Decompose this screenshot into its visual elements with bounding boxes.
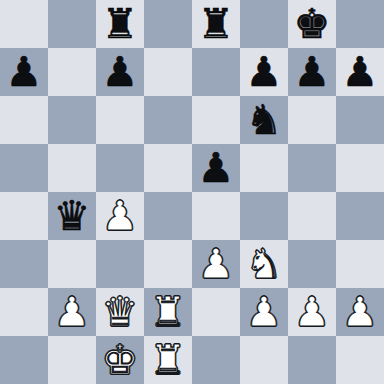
square-f4[interactable] xyxy=(240,192,288,240)
piece-white-pawn[interactable]: ♟ xyxy=(198,240,235,288)
piece-black-king[interactable]: ♚ xyxy=(294,0,331,48)
square-e7[interactable] xyxy=(192,48,240,96)
piece-black-knight[interactable]: ♞ xyxy=(246,96,283,144)
piece-black-pawn[interactable]: ♟ xyxy=(342,48,379,96)
square-f7[interactable]: ♟ xyxy=(240,48,288,96)
square-c6[interactable] xyxy=(96,96,144,144)
square-b5[interactable] xyxy=(48,144,96,192)
square-d7[interactable] xyxy=(144,48,192,96)
square-d3[interactable] xyxy=(144,240,192,288)
piece-white-queen[interactable]: ♛ xyxy=(102,288,139,336)
piece-white-pawn[interactable]: ♟ xyxy=(54,288,91,336)
square-f2[interactable]: ♟ xyxy=(240,288,288,336)
square-h1[interactable] xyxy=(336,336,384,384)
square-a5[interactable] xyxy=(0,144,48,192)
piece-black-pawn[interactable]: ♟ xyxy=(6,48,43,96)
square-a7[interactable]: ♟ xyxy=(0,48,48,96)
square-c2[interactable]: ♛ xyxy=(96,288,144,336)
square-a1[interactable] xyxy=(0,336,48,384)
square-e5[interactable]: ♟ xyxy=(192,144,240,192)
square-d8[interactable] xyxy=(144,0,192,48)
square-g1[interactable] xyxy=(288,336,336,384)
square-b1[interactable] xyxy=(48,336,96,384)
square-a6[interactable] xyxy=(0,96,48,144)
square-f1[interactable] xyxy=(240,336,288,384)
piece-white-pawn[interactable]: ♟ xyxy=(342,288,379,336)
piece-black-queen[interactable]: ♛ xyxy=(54,192,91,240)
square-f6[interactable]: ♞ xyxy=(240,96,288,144)
piece-black-pawn[interactable]: ♟ xyxy=(294,48,331,96)
piece-white-pawn[interactable]: ♟ xyxy=(102,192,139,240)
square-g8[interactable]: ♚ xyxy=(288,0,336,48)
piece-white-rook[interactable]: ♜ xyxy=(150,288,187,336)
square-g5[interactable] xyxy=(288,144,336,192)
square-a4[interactable] xyxy=(0,192,48,240)
square-f3[interactable]: ♞ xyxy=(240,240,288,288)
piece-white-king[interactable]: ♚ xyxy=(102,336,139,384)
piece-black-pawn[interactable]: ♟ xyxy=(198,144,235,192)
square-h8[interactable] xyxy=(336,0,384,48)
piece-white-pawn[interactable]: ♟ xyxy=(246,288,283,336)
square-h6[interactable] xyxy=(336,96,384,144)
piece-black-pawn[interactable]: ♟ xyxy=(102,48,139,96)
square-g6[interactable] xyxy=(288,96,336,144)
square-h7[interactable]: ♟ xyxy=(336,48,384,96)
square-g4[interactable] xyxy=(288,192,336,240)
piece-black-rook[interactable]: ♜ xyxy=(198,0,235,48)
square-c3[interactable] xyxy=(96,240,144,288)
piece-black-rook[interactable]: ♜ xyxy=(102,0,139,48)
square-e4[interactable] xyxy=(192,192,240,240)
square-c4[interactable]: ♟ xyxy=(96,192,144,240)
square-c7[interactable]: ♟ xyxy=(96,48,144,96)
square-b8[interactable] xyxy=(48,0,96,48)
square-c5[interactable] xyxy=(96,144,144,192)
square-g2[interactable]: ♟ xyxy=(288,288,336,336)
square-b6[interactable] xyxy=(48,96,96,144)
square-h5[interactable] xyxy=(336,144,384,192)
square-c1[interactable]: ♚ xyxy=(96,336,144,384)
square-b4[interactable]: ♛ xyxy=(48,192,96,240)
square-h2[interactable]: ♟ xyxy=(336,288,384,336)
square-e3[interactable]: ♟ xyxy=(192,240,240,288)
square-g3[interactable] xyxy=(288,240,336,288)
square-d5[interactable] xyxy=(144,144,192,192)
square-d2[interactable]: ♜ xyxy=(144,288,192,336)
square-h3[interactable] xyxy=(336,240,384,288)
piece-black-pawn[interactable]: ♟ xyxy=(246,48,283,96)
square-b3[interactable] xyxy=(48,240,96,288)
square-e1[interactable] xyxy=(192,336,240,384)
square-f8[interactable] xyxy=(240,0,288,48)
square-d4[interactable] xyxy=(144,192,192,240)
square-e6[interactable] xyxy=(192,96,240,144)
piece-white-rook[interactable]: ♜ xyxy=(150,336,187,384)
square-d1[interactable]: ♜ xyxy=(144,336,192,384)
square-b7[interactable] xyxy=(48,48,96,96)
square-b2[interactable]: ♟ xyxy=(48,288,96,336)
square-a2[interactable] xyxy=(0,288,48,336)
square-a8[interactable] xyxy=(0,0,48,48)
chess-board: ♜♜♚♟♟♟♟♟♞♟♛♟♟♞♟♛♜♟♟♟♚♜ xyxy=(0,0,384,384)
square-e8[interactable]: ♜ xyxy=(192,0,240,48)
square-d6[interactable] xyxy=(144,96,192,144)
square-e2[interactable] xyxy=(192,288,240,336)
square-a3[interactable] xyxy=(0,240,48,288)
piece-white-knight[interactable]: ♞ xyxy=(246,240,283,288)
piece-white-pawn[interactable]: ♟ xyxy=(294,288,331,336)
square-g7[interactable]: ♟ xyxy=(288,48,336,96)
square-c8[interactable]: ♜ xyxy=(96,0,144,48)
square-f5[interactable] xyxy=(240,144,288,192)
square-h4[interactable] xyxy=(336,192,384,240)
